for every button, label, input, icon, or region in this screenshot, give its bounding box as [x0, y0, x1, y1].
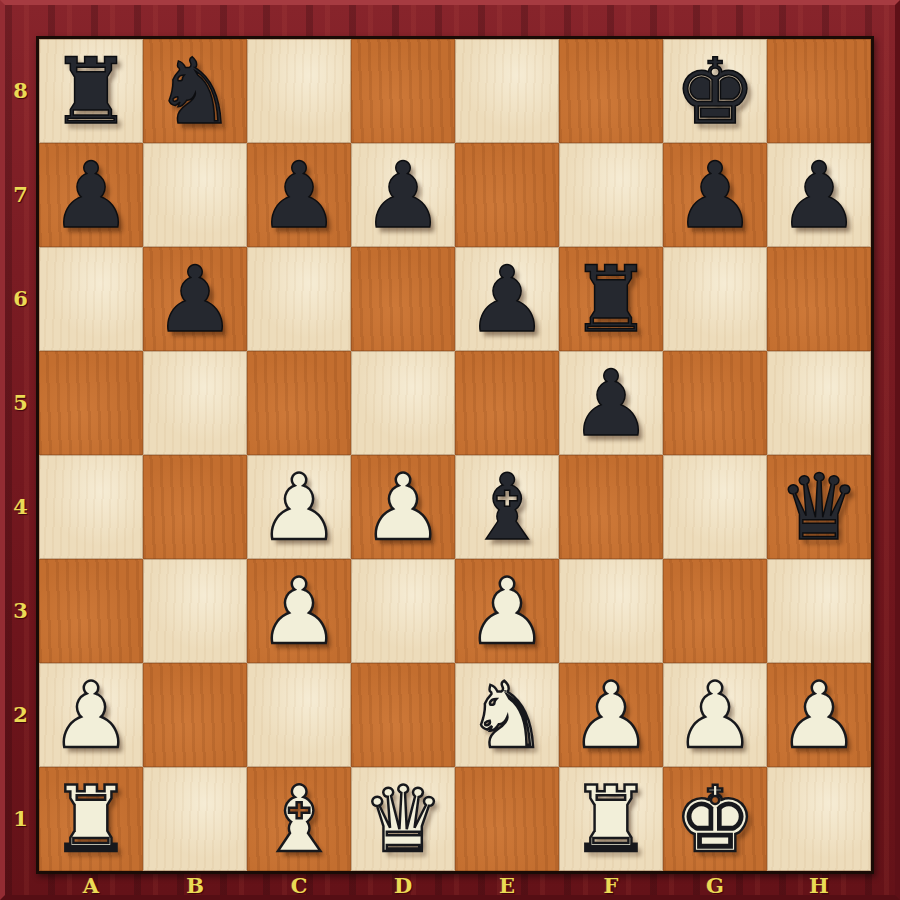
square-d3[interactable] [351, 559, 455, 663]
piece-black-pawn: ♟ [778, 150, 860, 241]
square-b1[interactable] [143, 767, 247, 871]
piece-white-knight: ♞ [466, 670, 548, 761]
square-d7[interactable]: ♟ [351, 143, 455, 247]
piece-white-pawn: ♟ [674, 670, 756, 761]
file-label-f: F [559, 871, 663, 900]
square-d4[interactable]: ♟ [351, 455, 455, 559]
square-h2[interactable]: ♟ [767, 663, 871, 767]
square-f8[interactable] [559, 39, 663, 143]
rank-label-7: 7 [5, 143, 36, 247]
piece-black-pawn: ♟ [570, 358, 652, 449]
square-b3[interactable] [143, 559, 247, 663]
square-a5[interactable] [39, 351, 143, 455]
rank-label-6: 6 [5, 247, 36, 351]
square-e6[interactable]: ♟ [455, 247, 559, 351]
file-label-c: C [247, 871, 351, 900]
piece-white-queen: ♛ [362, 774, 444, 865]
square-d8[interactable] [351, 39, 455, 143]
square-c2[interactable] [247, 663, 351, 767]
board-frame: ♜♞♚♟♟♟♟♟♟♟♜♟♟♟♝♛♟♟♟♞♟♟♟♜♝♛♜♚ 87654321 AB… [0, 0, 900, 900]
square-c8[interactable] [247, 39, 351, 143]
square-a2[interactable]: ♟ [39, 663, 143, 767]
square-e4[interactable]: ♝ [455, 455, 559, 559]
square-f7[interactable] [559, 143, 663, 247]
square-f5[interactable]: ♟ [559, 351, 663, 455]
square-h6[interactable] [767, 247, 871, 351]
piece-white-pawn: ♟ [466, 566, 548, 657]
square-h7[interactable]: ♟ [767, 143, 871, 247]
piece-white-rook: ♜ [570, 774, 652, 865]
file-label-h: H [767, 871, 871, 900]
square-b7[interactable] [143, 143, 247, 247]
piece-black-pawn: ♟ [154, 254, 236, 345]
square-c4[interactable]: ♟ [247, 455, 351, 559]
piece-black-queen: ♛ [778, 462, 860, 553]
piece-white-pawn: ♟ [778, 670, 860, 761]
square-e2[interactable]: ♞ [455, 663, 559, 767]
rank-label-5: 5 [5, 351, 36, 455]
square-h5[interactable] [767, 351, 871, 455]
square-b4[interactable] [143, 455, 247, 559]
square-f4[interactable] [559, 455, 663, 559]
square-g8[interactable]: ♚ [663, 39, 767, 143]
square-f1[interactable]: ♜ [559, 767, 663, 871]
square-g5[interactable] [663, 351, 767, 455]
square-c7[interactable]: ♟ [247, 143, 351, 247]
square-h4[interactable]: ♛ [767, 455, 871, 559]
piece-black-pawn: ♟ [674, 150, 756, 241]
piece-black-pawn: ♟ [258, 150, 340, 241]
square-c6[interactable] [247, 247, 351, 351]
file-label-g: G [663, 871, 767, 900]
square-c3[interactable]: ♟ [247, 559, 351, 663]
file-label-d: D [351, 871, 455, 900]
square-h1[interactable] [767, 767, 871, 871]
square-h3[interactable] [767, 559, 871, 663]
square-f3[interactable] [559, 559, 663, 663]
rank-label-8: 8 [5, 39, 36, 143]
square-c5[interactable] [247, 351, 351, 455]
square-a4[interactable] [39, 455, 143, 559]
piece-black-bishop: ♝ [466, 462, 548, 553]
piece-black-king: ♚ [674, 46, 756, 137]
piece-white-bishop: ♝ [258, 774, 340, 865]
piece-black-knight: ♞ [154, 46, 236, 137]
square-f2[interactable]: ♟ [559, 663, 663, 767]
square-d1[interactable]: ♛ [351, 767, 455, 871]
square-b6[interactable]: ♟ [143, 247, 247, 351]
square-b5[interactable] [143, 351, 247, 455]
piece-black-rook: ♜ [50, 46, 132, 137]
piece-black-pawn: ♟ [466, 254, 548, 345]
square-e7[interactable] [455, 143, 559, 247]
square-e8[interactable] [455, 39, 559, 143]
piece-white-pawn: ♟ [50, 670, 132, 761]
chess-board: ♜♞♚♟♟♟♟♟♟♟♜♟♟♟♝♛♟♟♟♞♟♟♟♜♝♛♜♚ [36, 36, 874, 874]
square-g4[interactable] [663, 455, 767, 559]
square-a1[interactable]: ♜ [39, 767, 143, 871]
square-e1[interactable] [455, 767, 559, 871]
square-a7[interactable]: ♟ [39, 143, 143, 247]
rank-label-4: 4 [5, 455, 36, 559]
piece-white-pawn: ♟ [570, 670, 652, 761]
square-g3[interactable] [663, 559, 767, 663]
square-d6[interactable] [351, 247, 455, 351]
rank-label-2: 2 [5, 663, 36, 767]
piece-black-pawn: ♟ [50, 150, 132, 241]
piece-white-pawn: ♟ [258, 566, 340, 657]
piece-white-pawn: ♟ [258, 462, 340, 553]
piece-white-king: ♚ [674, 774, 756, 865]
file-label-b: B [143, 871, 247, 900]
square-e3[interactable]: ♟ [455, 559, 559, 663]
square-b2[interactable] [143, 663, 247, 767]
square-a6[interactable] [39, 247, 143, 351]
piece-black-pawn: ♟ [362, 150, 444, 241]
file-label-a: A [39, 871, 143, 900]
square-d5[interactable] [351, 351, 455, 455]
square-g2[interactable]: ♟ [663, 663, 767, 767]
square-g1[interactable]: ♚ [663, 767, 767, 871]
rank-label-3: 3 [5, 559, 36, 663]
piece-white-rook: ♜ [50, 774, 132, 865]
piece-white-pawn: ♟ [362, 462, 444, 553]
piece-black-rook: ♜ [570, 254, 652, 345]
file-label-e: E [455, 871, 559, 900]
rank-label-1: 1 [5, 767, 36, 871]
square-f6[interactable]: ♜ [559, 247, 663, 351]
square-e5[interactable] [455, 351, 559, 455]
square-b8[interactable]: ♞ [143, 39, 247, 143]
square-a8[interactable]: ♜ [39, 39, 143, 143]
square-g6[interactable] [663, 247, 767, 351]
square-h8[interactable] [767, 39, 871, 143]
square-a3[interactable] [39, 559, 143, 663]
square-c1[interactable]: ♝ [247, 767, 351, 871]
square-g7[interactable]: ♟ [663, 143, 767, 247]
square-d2[interactable] [351, 663, 455, 767]
